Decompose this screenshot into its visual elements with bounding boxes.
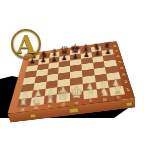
square-c1: ♝ [43, 95, 57, 105]
seller-logo: A [11, 29, 41, 59]
piece-white-knight: ♞ [97, 86, 111, 97]
piece-black-pawn: ♟ [92, 50, 103, 57]
piece-black-pawn: ♟ [70, 53, 81, 60]
logo-letter: A [11, 29, 41, 59]
piece-white-bishop: ♝ [43, 91, 57, 103]
piece-white-queen: ♛ [56, 88, 70, 102]
brass-latch-icon [68, 107, 80, 114]
piece-white-rook: ♜ [17, 97, 31, 107]
piece-black-pawn: ♟ [103, 48, 114, 55]
square-d5 [58, 66, 70, 74]
square-f1: ♝ [83, 90, 97, 100]
brass-hinge-left-icon [29, 113, 37, 118]
piece-black-pawn: ♟ [27, 59, 38, 66]
square-h1: ♜ [109, 86, 125, 96]
piece-white-rook: ♜ [111, 85, 125, 95]
brass-corner-fitting-icon [126, 101, 134, 107]
square-f4 [82, 69, 95, 77]
product-photo: ♜♞♝♛♚♝♞♜♟♟♟♟♟♟♟♟♟♟♟♟♟♟♟♟♜♞♝♛♚♝♞♜ abcdefg… [0, 0, 144, 144]
piece-black-pawn: ♟ [59, 54, 70, 61]
square-a5 [24, 71, 37, 79]
piece-white-knight: ♞ [30, 94, 44, 105]
piece-white-bishop: ♝ [84, 86, 98, 98]
square-g1: ♞ [96, 88, 111, 98]
piece-black-pawn: ♟ [81, 51, 92, 58]
piece-black-pawn: ♟ [48, 56, 59, 63]
piece-white-king: ♚ [70, 85, 84, 100]
